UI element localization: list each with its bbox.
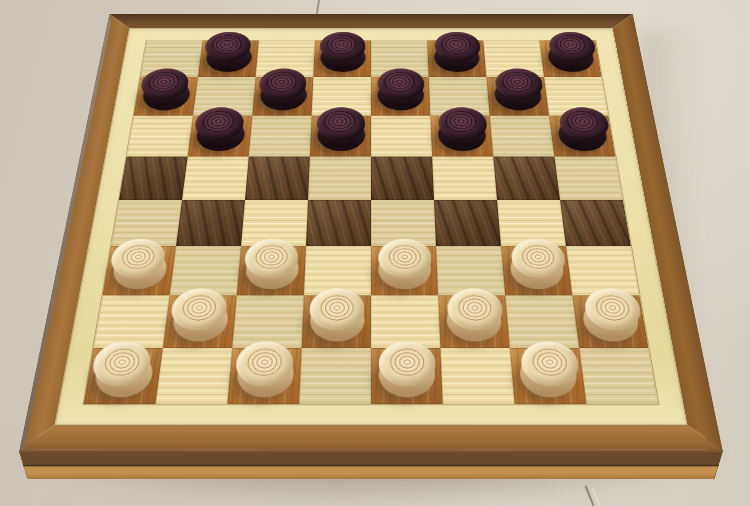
square-f7[interactable] xyxy=(429,77,490,116)
square-b8[interactable] xyxy=(198,40,259,77)
square-b6[interactable] xyxy=(188,116,253,157)
square-e6[interactable] xyxy=(371,116,432,157)
piece-light-man[interactable] xyxy=(378,251,431,290)
piece-top-face xyxy=(378,238,432,277)
square-d6[interactable] xyxy=(310,116,371,157)
checkers-board xyxy=(20,14,723,450)
square-a7[interactable] xyxy=(134,77,198,116)
board-front-face xyxy=(18,450,723,479)
piece-light-man[interactable] xyxy=(110,251,168,290)
square-e8[interactable] xyxy=(371,40,429,77)
square-e7[interactable] xyxy=(371,77,430,116)
square-a8[interactable] xyxy=(140,40,202,77)
square-h6[interactable] xyxy=(549,116,615,157)
square-f5[interactable] xyxy=(432,157,497,200)
square-c6[interactable] xyxy=(249,116,312,157)
board-frame-bottom xyxy=(20,425,723,450)
square-e5[interactable] xyxy=(371,157,434,200)
square-a6[interactable] xyxy=(127,116,193,157)
scene xyxy=(0,0,750,506)
piece-top-face xyxy=(378,341,436,386)
square-g6[interactable] xyxy=(490,116,555,157)
piece-light-man[interactable] xyxy=(171,301,230,343)
piece-light-man[interactable] xyxy=(309,301,364,343)
square-c5[interactable] xyxy=(245,157,310,200)
piece-light-man[interactable] xyxy=(378,354,435,399)
square-h7[interactable] xyxy=(544,77,608,116)
piece-light-man[interactable] xyxy=(445,301,502,343)
square-d7[interactable] xyxy=(312,77,371,116)
piece-light-man[interactable] xyxy=(92,354,155,399)
square-c7[interactable] xyxy=(252,77,313,116)
square-c8[interactable] xyxy=(256,40,315,77)
square-d5[interactable] xyxy=(308,157,371,200)
piece-light-man[interactable] xyxy=(580,301,640,343)
piece-light-man[interactable] xyxy=(235,354,294,399)
square-h8[interactable] xyxy=(539,40,601,77)
piece-top-face xyxy=(308,288,364,330)
square-b5[interactable] xyxy=(182,157,249,200)
square-g8[interactable] xyxy=(483,40,544,77)
square-g5[interactable] xyxy=(493,157,560,200)
piece-light-man[interactable] xyxy=(508,251,565,290)
square-f6[interactable] xyxy=(430,116,493,157)
square-f8[interactable] xyxy=(427,40,486,77)
playing-area xyxy=(84,40,659,404)
piece-light-man[interactable] xyxy=(244,251,299,290)
square-d8[interactable] xyxy=(313,40,371,77)
board-frame-top xyxy=(106,14,635,28)
piece-light-man[interactable] xyxy=(517,354,578,399)
square-a5[interactable] xyxy=(119,157,188,200)
square-b7[interactable] xyxy=(193,77,256,116)
square-h5[interactable] xyxy=(554,157,623,200)
floor xyxy=(0,0,750,506)
square-g7[interactable] xyxy=(486,77,549,116)
